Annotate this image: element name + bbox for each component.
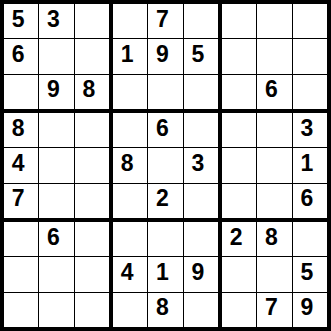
- sudoku-box-2: 7195: [113, 4, 218, 109]
- cell-digit: 6: [156, 117, 169, 140]
- sudoku-cell-r4c2[interactable]: [39, 113, 73, 147]
- cell-digit: 9: [191, 261, 204, 284]
- sudoku-cell-r5c8[interactable]: [257, 148, 291, 182]
- sudoku-cell-r2c8[interactable]: [257, 39, 291, 73]
- cell-digit: 2: [230, 226, 243, 249]
- cell-digit: 3: [47, 8, 60, 31]
- sudoku-cell-r2c3[interactable]: [75, 39, 109, 73]
- sudoku-cell-r5c5[interactable]: [148, 148, 182, 182]
- cell-digit: 8: [265, 226, 278, 249]
- sudoku-cell-r9c3[interactable]: [75, 293, 109, 327]
- sudoku-cell-r8c2[interactable]: [39, 257, 73, 291]
- sudoku-cell-r9c1[interactable]: [4, 293, 38, 327]
- sudoku-cell-r3c8[interactable]: 6: [257, 75, 291, 109]
- sudoku-cell-r3c2[interactable]: 9: [39, 75, 73, 109]
- sudoku-cell-r3c7[interactable]: [222, 75, 256, 109]
- sudoku-cell-r4c6[interactable]: [184, 113, 218, 147]
- sudoku-cell-r9c6[interactable]: [184, 293, 218, 327]
- sudoku-cell-r6c1[interactable]: 7: [4, 184, 38, 218]
- cell-digit: 6: [47, 226, 60, 249]
- sudoku-cell-r4c5[interactable]: 6: [148, 113, 182, 147]
- sudoku-cell-r1c7[interactable]: [222, 4, 256, 38]
- sudoku-cell-r3c4[interactable]: [113, 75, 147, 109]
- sudoku-cell-r7c8[interactable]: 8: [257, 222, 291, 256]
- cell-digit: 5: [300, 261, 313, 284]
- sudoku-cell-r1c9[interactable]: [293, 4, 327, 38]
- sudoku-cell-r3c1[interactable]: [4, 75, 38, 109]
- sudoku-cell-r5c6[interactable]: 3: [184, 148, 218, 182]
- sudoku-cell-r5c2[interactable]: [39, 148, 73, 182]
- cell-digit: 6: [300, 187, 313, 210]
- sudoku-cell-r4c1[interactable]: 8: [4, 113, 38, 147]
- cell-digit: 1: [300, 152, 313, 175]
- sudoku-cell-r5c4[interactable]: 8: [113, 148, 147, 182]
- cell-digit: 7: [265, 296, 278, 319]
- cell-digit: 7: [12, 187, 25, 210]
- sudoku-cell-r7c6[interactable]: [184, 222, 218, 256]
- sudoku-cell-r1c8[interactable]: [257, 4, 291, 38]
- sudoku-cell-r4c8[interactable]: [257, 113, 291, 147]
- cell-digit: 3: [300, 117, 313, 140]
- sudoku-cell-r4c7[interactable]: [222, 113, 256, 147]
- sudoku-board: 536987195684768323166419828579: [0, 0, 331, 331]
- cell-digit: 9: [47, 78, 60, 101]
- sudoku-cell-r1c3[interactable]: [75, 4, 109, 38]
- sudoku-box-4: 847: [4, 113, 109, 218]
- sudoku-cell-r8c4[interactable]: 4: [113, 257, 147, 291]
- sudoku-cell-r2c7[interactable]: [222, 39, 256, 73]
- sudoku-cell-r1c4[interactable]: [113, 4, 147, 38]
- sudoku-cell-r7c4[interactable]: [113, 222, 147, 256]
- sudoku-cell-r8c9[interactable]: 5: [293, 257, 327, 291]
- sudoku-cell-r3c5[interactable]: [148, 75, 182, 109]
- cell-digit: 5: [191, 43, 204, 66]
- sudoku-cell-r8c5[interactable]: 1: [148, 257, 182, 291]
- sudoku-cell-r6c9[interactable]: 6: [293, 184, 327, 218]
- sudoku-cell-r5c9[interactable]: 1: [293, 148, 327, 182]
- sudoku-box-3: 6: [222, 4, 327, 109]
- sudoku-cell-r8c8[interactable]: [257, 257, 291, 291]
- sudoku-cell-r9c9[interactable]: 9: [293, 293, 327, 327]
- sudoku-cell-r6c8[interactable]: [257, 184, 291, 218]
- cell-digit: 7: [156, 8, 169, 31]
- sudoku-cell-r8c1[interactable]: [4, 257, 38, 291]
- sudoku-cell-r8c3[interactable]: [75, 257, 109, 291]
- sudoku-cell-r2c5[interactable]: 9: [148, 39, 182, 73]
- sudoku-cell-r1c5[interactable]: 7: [148, 4, 182, 38]
- sudoku-cell-r9c2[interactable]: [39, 293, 73, 327]
- sudoku-cell-r9c8[interactable]: 7: [257, 293, 291, 327]
- cell-digit: 8: [12, 117, 25, 140]
- sudoku-cell-r1c1[interactable]: 5: [4, 4, 38, 38]
- sudoku-box-6: 316: [222, 113, 327, 218]
- sudoku-cell-r6c7[interactable]: [222, 184, 256, 218]
- sudoku-cell-r1c6[interactable]: [184, 4, 218, 38]
- sudoku-cell-r9c4[interactable]: [113, 293, 147, 327]
- sudoku-cell-r7c9[interactable]: [293, 222, 327, 256]
- cell-digit: 9: [300, 296, 313, 319]
- sudoku-box-5: 6832: [113, 113, 218, 218]
- sudoku-cell-r4c9[interactable]: 3: [293, 113, 327, 147]
- sudoku-cell-r7c7[interactable]: 2: [222, 222, 256, 256]
- sudoku-cell-r2c6[interactable]: 5: [184, 39, 218, 73]
- sudoku-cell-r6c3[interactable]: [75, 184, 109, 218]
- sudoku-cell-r3c9[interactable]: [293, 75, 327, 109]
- sudoku-cell-r5c7[interactable]: [222, 148, 256, 182]
- sudoku-cell-r5c3[interactable]: [75, 148, 109, 182]
- sudoku-box-1: 53698: [4, 4, 109, 109]
- cell-digit: 8: [82, 78, 95, 101]
- sudoku-cell-r2c9[interactable]: [293, 39, 327, 73]
- sudoku-cell-r7c5[interactable]: [148, 222, 182, 256]
- sudoku-cell-r3c3[interactable]: 8: [75, 75, 109, 109]
- sudoku-cell-r1c2[interactable]: 3: [39, 4, 73, 38]
- cell-digit: 4: [12, 152, 25, 175]
- cell-digit: 8: [156, 296, 169, 319]
- sudoku-cell-r9c5[interactable]: 8: [148, 293, 182, 327]
- sudoku-cell-r9c7[interactable]: [222, 293, 256, 327]
- cell-digit: 1: [121, 43, 134, 66]
- sudoku-cell-r4c3[interactable]: [75, 113, 109, 147]
- cell-digit: 2: [156, 187, 169, 210]
- cell-digit: 6: [265, 78, 278, 101]
- sudoku-cell-r6c5[interactable]: 2: [148, 184, 182, 218]
- cell-digit: 5: [12, 8, 25, 31]
- sudoku-cell-r7c3[interactable]: [75, 222, 109, 256]
- sudoku-cell-r4c4[interactable]: [113, 113, 147, 147]
- sudoku-cell-r6c6[interactable]: [184, 184, 218, 218]
- sudoku-cell-r2c4[interactable]: 1: [113, 39, 147, 73]
- sudoku-cell-r5c1[interactable]: 4: [4, 148, 38, 182]
- sudoku-box-9: 28579: [222, 222, 327, 327]
- cell-digit: 4: [121, 261, 134, 284]
- sudoku-cell-r2c1[interactable]: 6: [4, 39, 38, 73]
- cell-digit: 9: [156, 43, 169, 66]
- sudoku-cell-r7c1[interactable]: [4, 222, 38, 256]
- cell-digit: 1: [156, 261, 169, 284]
- sudoku-cell-r6c4[interactable]: [113, 184, 147, 218]
- sudoku-cell-r7c2[interactable]: 6: [39, 222, 73, 256]
- cell-digit: 6: [12, 43, 25, 66]
- sudoku-cell-r2c2[interactable]: [39, 39, 73, 73]
- sudoku-cell-r8c6[interactable]: 9: [184, 257, 218, 291]
- sudoku-box-7: 6: [4, 222, 109, 327]
- cell-digit: 3: [191, 152, 204, 175]
- sudoku-box-8: 4198: [113, 222, 218, 327]
- sudoku-cell-r8c7[interactable]: [222, 257, 256, 291]
- sudoku-cell-r3c6[interactable]: [184, 75, 218, 109]
- sudoku-cell-r6c2[interactable]: [39, 184, 73, 218]
- cell-digit: 8: [121, 152, 134, 175]
